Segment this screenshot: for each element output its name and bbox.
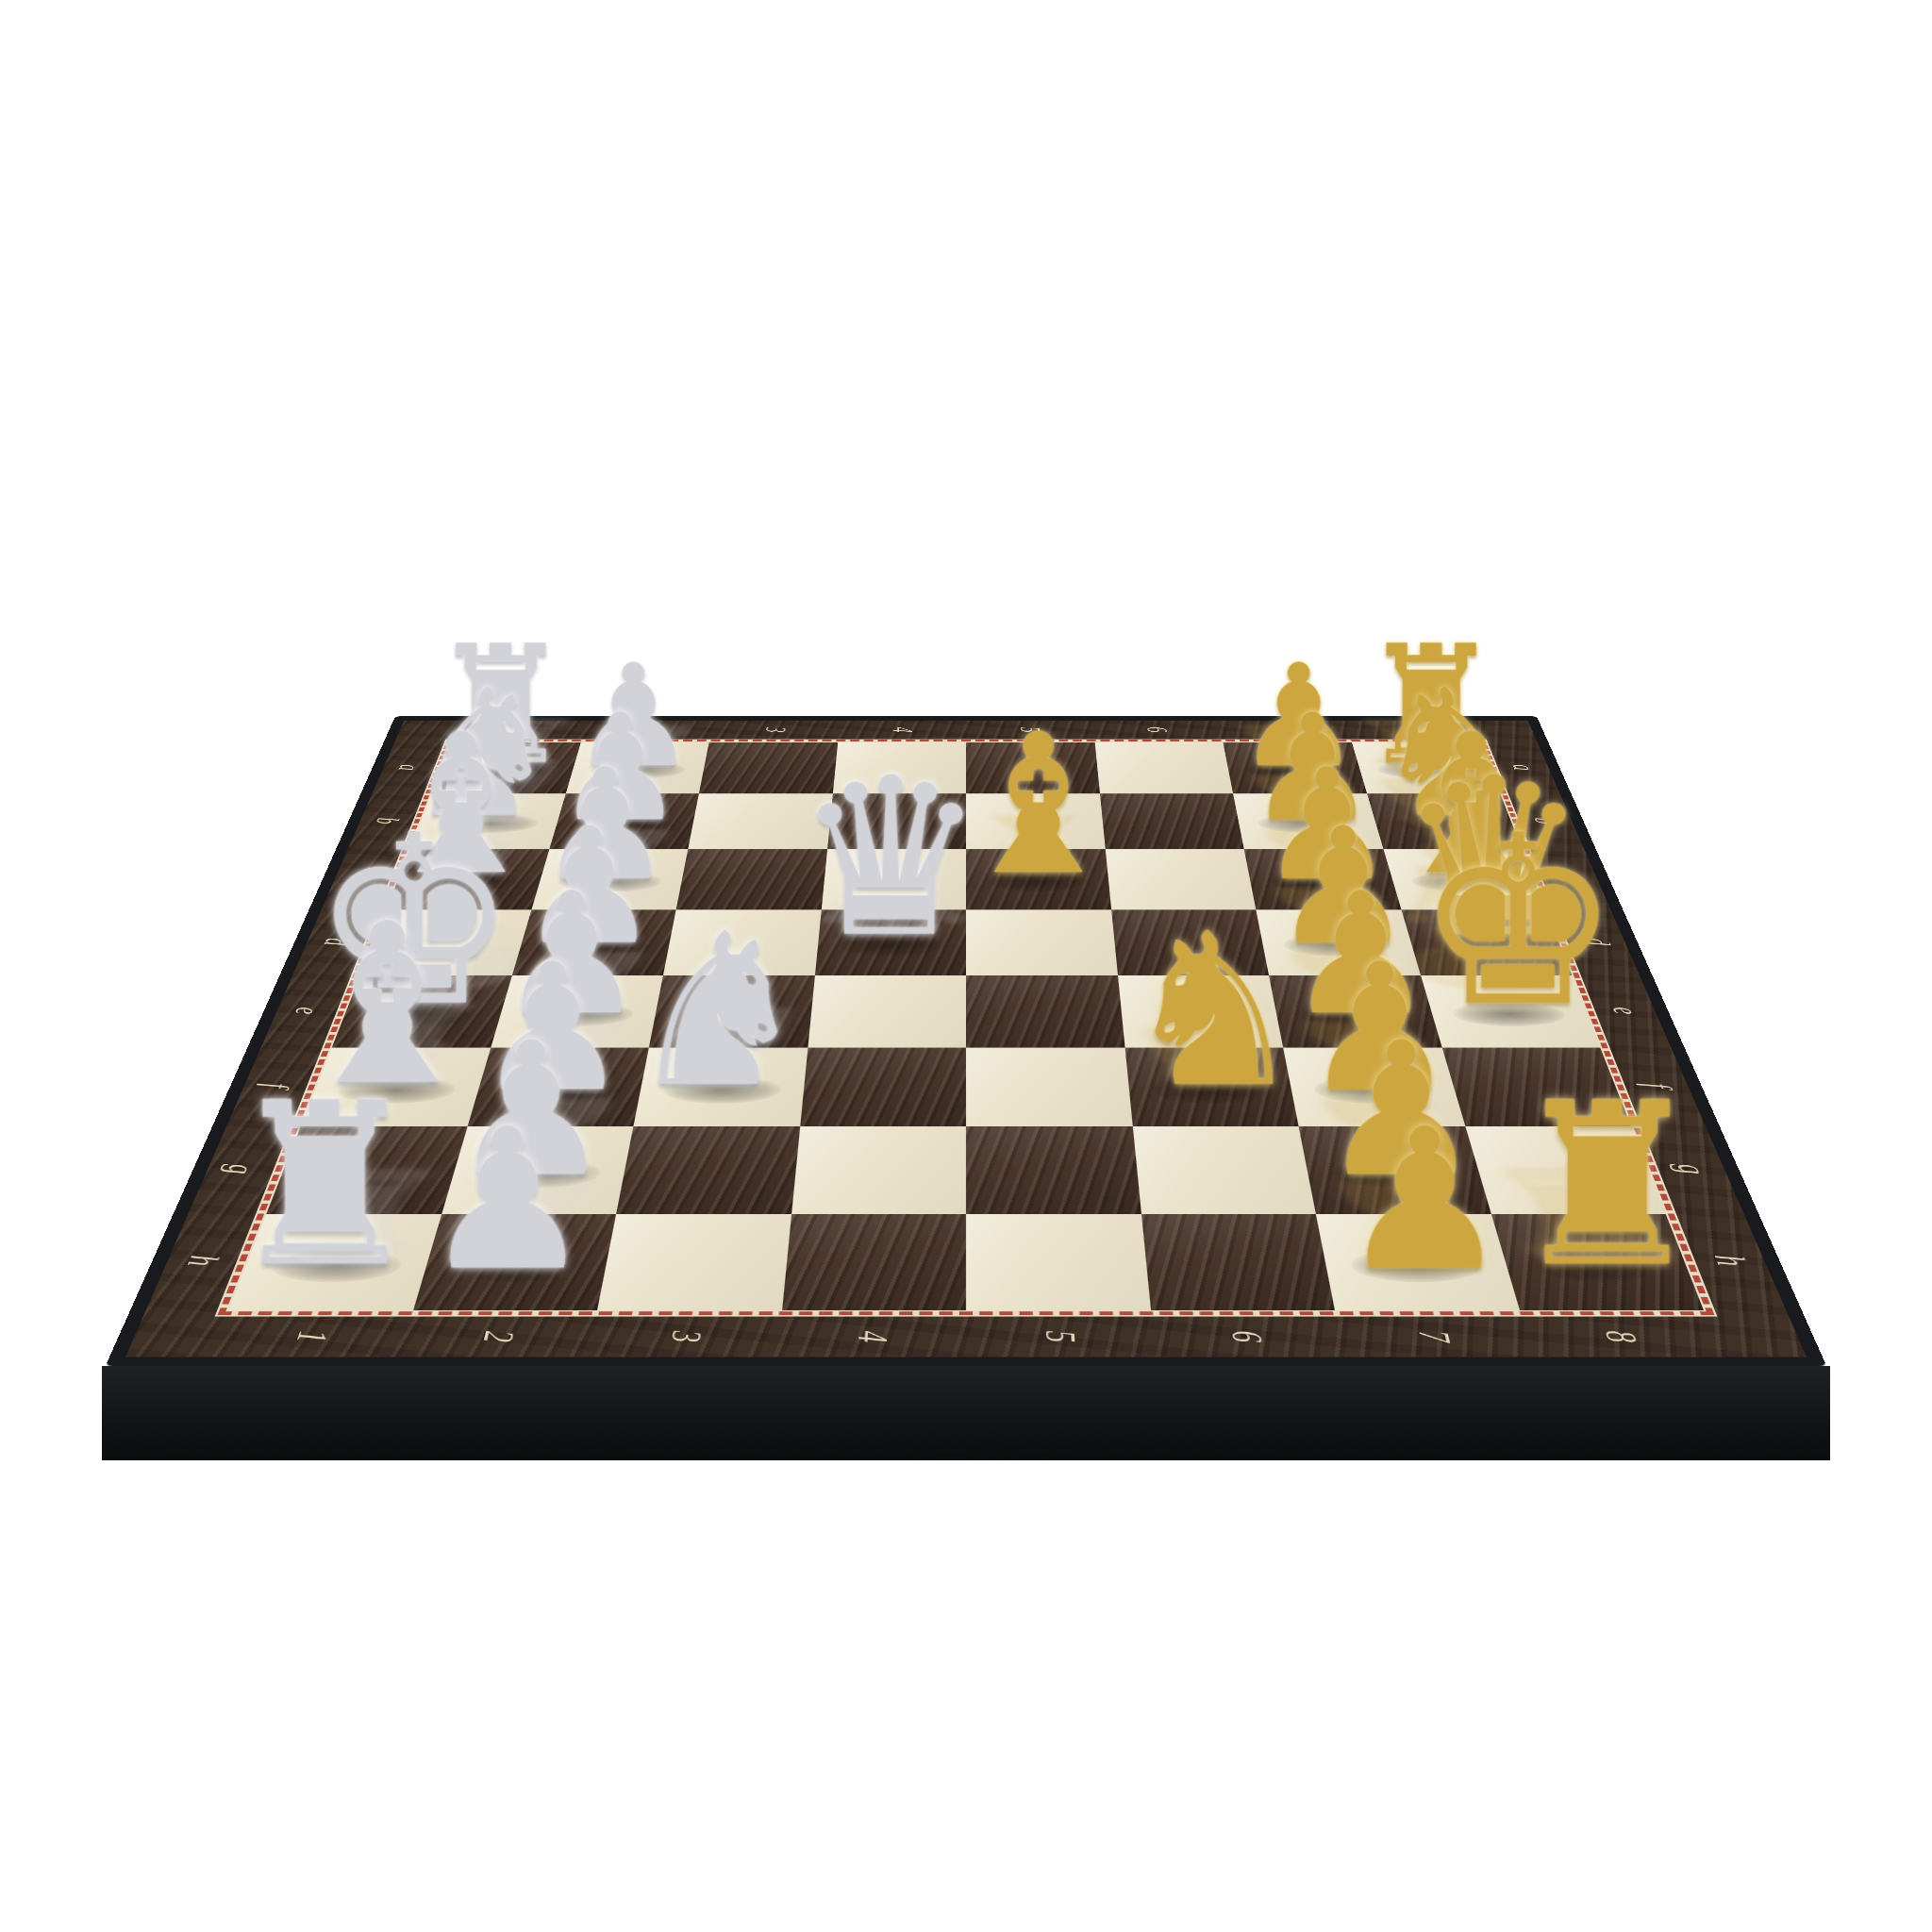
black-pawn-glyph: ♟ bbox=[1339, 1103, 1509, 1298]
white-pawn-glyph: ♟ bbox=[423, 1103, 593, 1298]
piece-white-rook-h1[interactable]: ♜ bbox=[228, 1214, 441, 1310]
white-rook-glyph: ♜ bbox=[225, 1074, 423, 1298]
piece-black-pawn-h7[interactable]: ♟ bbox=[1316, 1214, 1520, 1310]
white-queen-glyph: ♛ bbox=[795, 749, 987, 968]
piece-black-bishop-c5[interactable]: ♝ bbox=[966, 849, 1111, 909]
piece-white-pawn-h2[interactable]: ♟ bbox=[413, 1214, 617, 1310]
rank-label-far-3: 3 bbox=[760, 727, 790, 733]
piece-white-queen-d4[interactable]: ♛ bbox=[814, 909, 966, 975]
chessboard-3d-scene: aabbccddeeffgghh1122334455667788 ♜♞♝♚♝♜♟… bbox=[106, 716, 1827, 1366]
black-knight-glyph: ♞ bbox=[1122, 906, 1307, 1117]
white-knight-glyph: ♞ bbox=[625, 906, 810, 1117]
piece-black-knight-f6[interactable]: ♞ bbox=[1124, 1047, 1299, 1126]
board-front-edge bbox=[102, 1366, 1830, 1460]
piece-black-rook-h8[interactable]: ♜ bbox=[1491, 1214, 1704, 1310]
rank-label-far-6: 6 bbox=[1142, 727, 1172, 733]
piece-white-knight-f3[interactable]: ♞ bbox=[633, 1047, 808, 1126]
file-label-right-h: h bbox=[1707, 1256, 1752, 1266]
black-rook-glyph: ♜ bbox=[1509, 1074, 1707, 1298]
file-label-left-h: h bbox=[180, 1256, 225, 1266]
photo-stage: aabbccddeeffgghh1122334455667788 ♜♞♝♚♝♜♟… bbox=[0, 0, 1932, 1932]
